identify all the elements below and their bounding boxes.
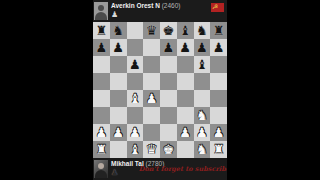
letterbox-right — [227, 0, 320, 180]
square-h4[interactable] — [210, 90, 227, 107]
square-a3[interactable] — [93, 107, 110, 124]
letterbox-left — [0, 0, 93, 180]
square-d4[interactable]: ♟ — [143, 90, 160, 107]
square-b7[interactable]: ♟ — [110, 39, 127, 56]
square-c5[interactable] — [127, 73, 144, 90]
top-player-name: Averkin Orest N (2460) — [111, 3, 211, 10]
white-pawn: ♟ — [112, 124, 124, 141]
black-pawn: ♟ — [196, 39, 208, 56]
captured-pawn-icon: ♟ — [111, 11, 211, 19]
square-h3[interactable] — [210, 107, 227, 124]
square-c1[interactable]: ♝ — [127, 141, 144, 158]
white-king: ♚ — [163, 141, 175, 158]
square-c8[interactable] — [127, 22, 144, 39]
square-h6[interactable] — [210, 56, 227, 73]
square-e6[interactable] — [160, 56, 177, 73]
square-f6[interactable] — [177, 56, 194, 73]
square-d5[interactable] — [143, 73, 160, 90]
white-bishop: ♝ — [129, 141, 141, 158]
square-f5[interactable] — [177, 73, 194, 90]
white-pawn: ♟ — [96, 124, 108, 141]
black-knight: ♞ — [112, 22, 124, 39]
avatar-silhouette-head — [98, 5, 104, 11]
square-h7[interactable]: ♟ — [210, 39, 227, 56]
top-player-avatar — [94, 2, 108, 20]
square-c3[interactable] — [127, 107, 144, 124]
square-h5[interactable] — [210, 73, 227, 90]
square-h1[interactable]: ♜ — [210, 141, 227, 158]
square-c6[interactable]: ♟ — [127, 56, 144, 73]
square-e3[interactable] — [160, 107, 177, 124]
white-bishop: ♝ — [129, 90, 141, 107]
square-b1[interactable] — [110, 141, 127, 158]
black-king: ♚ — [163, 22, 175, 39]
top-player-rating: (2460) — [162, 2, 181, 9]
square-b5[interactable] — [110, 73, 127, 90]
square-b6[interactable] — [110, 56, 127, 73]
black-rook: ♜ — [96, 22, 108, 39]
white-rook: ♜ — [213, 141, 225, 158]
black-pawn: ♟ — [96, 39, 108, 56]
white-pawn: ♟ — [196, 124, 208, 141]
avatar-photo-face — [98, 163, 104, 169]
black-pawn: ♟ — [129, 56, 141, 73]
square-a4[interactable] — [93, 90, 110, 107]
square-g2[interactable]: ♟ — [194, 124, 211, 141]
square-e5[interactable] — [160, 73, 177, 90]
square-b2[interactable]: ♟ — [110, 124, 127, 141]
square-d2[interactable] — [143, 124, 160, 141]
white-rook: ♜ — [96, 141, 108, 158]
white-pawn: ♟ — [213, 124, 225, 141]
square-f2[interactable]: ♟ — [177, 124, 194, 141]
white-pawn: ♟ — [129, 124, 141, 141]
black-pawn: ♟ — [179, 39, 191, 56]
square-h2[interactable]: ♟ — [210, 124, 227, 141]
black-pawn: ♟ — [163, 39, 175, 56]
white-pawn: ♟ — [146, 90, 158, 107]
square-c4[interactable]: ♝ — [127, 90, 144, 107]
black-pawn: ♟ — [213, 39, 225, 56]
chess-board: ♜♞♛♚♝♞♜♟♟♟♟♟♟♟♝♝♟♞♟♟♟♟♟♟♜♝♛♚♞♜ — [93, 22, 227, 158]
square-f1[interactable] — [177, 141, 194, 158]
avatar-silhouette-bust — [95, 12, 107, 20]
square-f8[interactable]: ♝ — [177, 22, 194, 39]
square-e2[interactable] — [160, 124, 177, 141]
square-g8[interactable]: ♞ — [194, 22, 211, 39]
white-knight: ♞ — [196, 141, 208, 158]
square-d6[interactable] — [143, 56, 160, 73]
black-bishop: ♝ — [196, 56, 208, 73]
square-g4[interactable] — [194, 90, 211, 107]
hammer-sickle-icon: ☭ — [212, 4, 218, 11]
square-a2[interactable]: ♟ — [93, 124, 110, 141]
square-g7[interactable]: ♟ — [194, 39, 211, 56]
square-g1[interactable]: ♞ — [194, 141, 211, 158]
square-g3[interactable]: ♞ — [194, 107, 211, 124]
square-a6[interactable] — [93, 56, 110, 73]
square-f3[interactable] — [177, 107, 194, 124]
video-frame: { "game": "chess", "position": { "fen": … — [0, 0, 320, 180]
white-pawn: ♟ — [179, 124, 191, 141]
square-c7[interactable] — [127, 39, 144, 56]
white-queen: ♛ — [146, 141, 158, 158]
video-content: Averkin Orest N (2460) ♟ ☭ ♜♞♛♚♝♞♜♟♟♟♟♟♟… — [93, 0, 227, 180]
square-b8[interactable]: ♞ — [110, 22, 127, 39]
top-player-meta: Averkin Orest N (2460) ♟ — [111, 0, 211, 19]
square-a8[interactable]: ♜ — [93, 22, 110, 39]
black-bishop: ♝ — [179, 22, 191, 39]
ussr-flag-icon: ☭ — [211, 3, 224, 12]
square-e1[interactable]: ♚ — [160, 141, 177, 158]
bottom-player-bar: Mikhail Tal (2780) ♟ Don't forget to sub… — [93, 158, 227, 180]
square-d3[interactable] — [143, 107, 160, 124]
square-e7[interactable]: ♟ — [160, 39, 177, 56]
square-b3[interactable] — [110, 107, 127, 124]
square-h8[interactable]: ♜ — [210, 22, 227, 39]
square-a5[interactable] — [93, 73, 110, 90]
black-knight: ♞ — [196, 22, 208, 39]
square-c2[interactable]: ♟ — [127, 124, 144, 141]
square-b4[interactable] — [110, 90, 127, 107]
white-knight: ♞ — [196, 107, 208, 124]
avatar-photo-body — [95, 170, 107, 178]
square-e8[interactable]: ♚ — [160, 22, 177, 39]
black-pawn: ♟ — [112, 39, 124, 56]
subscribe-text: Don't forget to subscribe — [139, 165, 227, 173]
square-f4[interactable] — [177, 90, 194, 107]
square-d1[interactable]: ♛ — [143, 141, 160, 158]
black-queen: ♛ — [146, 22, 158, 39]
square-g6[interactable]: ♝ — [194, 56, 211, 73]
square-e4[interactable] — [160, 90, 177, 107]
square-d8[interactable]: ♛ — [143, 22, 160, 39]
top-player-bar: Averkin Orest N (2460) ♟ ☭ — [93, 0, 227, 22]
square-a7[interactable]: ♟ — [93, 39, 110, 56]
square-d7[interactable] — [143, 39, 160, 56]
square-f7[interactable]: ♟ — [177, 39, 194, 56]
black-rook: ♜ — [213, 22, 225, 39]
square-g5[interactable] — [194, 73, 211, 90]
top-player-name-text: Averkin Orest N — [111, 2, 160, 9]
bottom-player-avatar — [94, 160, 108, 178]
square-a1[interactable]: ♜ — [93, 141, 110, 158]
